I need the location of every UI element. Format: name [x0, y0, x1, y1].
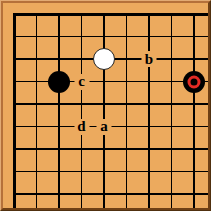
grid-line-vertical [126, 13, 127, 209]
grid-line-vertical [171, 13, 172, 209]
black-stone [48, 71, 70, 93]
board-frame: abcd [1, 1, 210, 210]
go-diagram: abcd [0, 0, 211, 211]
grid-line-horizontal [13, 171, 209, 172]
grid-line-horizontal [13, 148, 209, 149]
grid-line-horizontal [13, 36, 209, 37]
board-edge-line-left [13, 13, 16, 209]
point-label-d: d [74, 119, 89, 135]
point-label-c: c [74, 74, 89, 90]
white-stone [93, 48, 115, 70]
grid-line-vertical [103, 13, 104, 209]
grid-line-vertical [193, 13, 194, 209]
grid-line-horizontal [13, 103, 209, 104]
point-label-b: b [142, 51, 157, 67]
go-board: abcd [3, 3, 208, 208]
grid-line-vertical [81, 13, 82, 209]
grid-line-vertical [148, 13, 149, 209]
circle-mark-icon [188, 75, 201, 88]
board-edge-line-top [13, 13, 209, 16]
point-label-a: a [97, 119, 112, 135]
marked-black-stone [183, 71, 205, 93]
grid-line-vertical [58, 13, 59, 209]
grid-line-horizontal [13, 193, 209, 194]
grid-line-horizontal [13, 81, 209, 82]
grid-line-vertical [36, 13, 37, 209]
